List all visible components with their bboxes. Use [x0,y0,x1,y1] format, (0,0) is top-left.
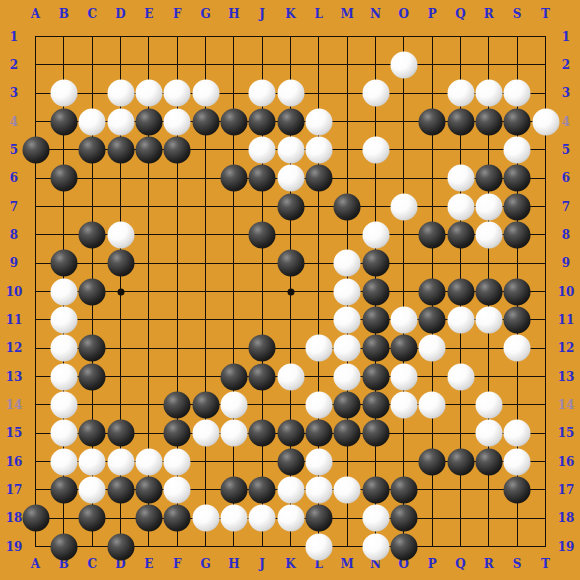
black-stone [362,306,389,333]
row-label-left: 8 [10,229,18,241]
black-stone [220,108,247,135]
row-label-left: 3 [10,87,18,99]
black-stone [475,448,502,475]
black-stone [334,420,361,447]
white-stone [419,391,446,418]
white-stone [362,80,389,107]
white-stone [334,306,361,333]
grid-line-vertical [403,36,404,546]
row-label-right: 13 [558,371,575,383]
column-label-top: B [59,8,69,20]
column-label-top: H [228,8,239,20]
black-stone [419,278,446,305]
black-stone [164,391,191,418]
row-label-right: 4 [562,116,570,128]
column-label-bottom: M [341,558,354,570]
column-label-top: Q [455,8,465,20]
row-label-left: 14 [6,399,23,411]
white-stone [79,448,106,475]
grid-line-horizontal [35,348,546,349]
white-stone [504,136,531,163]
white-stone [334,363,361,390]
white-stone [192,420,219,447]
black-stone [504,476,531,503]
white-stone [390,391,417,418]
row-label-right: 10 [558,286,575,298]
black-stone [249,221,276,248]
column-label-top: L [315,8,323,20]
row-label-left: 12 [6,342,23,354]
black-stone [447,278,474,305]
white-stone [305,136,332,163]
white-stone [475,221,502,248]
black-stone [277,108,304,135]
row-label-left: 18 [6,512,23,524]
black-stone [249,476,276,503]
row-label-left: 10 [6,286,23,298]
black-stone [249,363,276,390]
black-stone [249,165,276,192]
white-stone [192,505,219,532]
white-stone [277,80,304,107]
row-label-left: 1 [10,31,18,43]
white-stone [50,420,77,447]
black-stone [192,391,219,418]
white-stone [362,221,389,248]
row-label-left: 9 [10,257,18,269]
black-stone [475,278,502,305]
white-stone [192,80,219,107]
row-label-right: 6 [562,172,570,184]
column-label-bottom: G [200,558,210,570]
white-stone [504,448,531,475]
white-stone [447,165,474,192]
black-stone [305,420,332,447]
black-stone [249,335,276,362]
black-stone [79,136,106,163]
white-stone [249,136,276,163]
white-stone [50,335,77,362]
white-stone [419,335,446,362]
white-stone [220,505,247,532]
column-label-bottom: F [173,558,182,570]
black-stone [305,505,332,532]
black-stone [50,108,77,135]
black-stone [164,136,191,163]
row-label-left: 15 [6,427,23,439]
column-label-top: C [87,8,97,20]
row-label-right: 11 [558,314,575,326]
black-stone [362,278,389,305]
column-label-bottom: H [228,558,239,570]
white-stone [50,278,77,305]
black-stone [135,476,162,503]
black-stone [390,476,417,503]
black-stone [447,221,474,248]
column-label-bottom: A [31,558,40,570]
column-label-top: N [370,8,381,20]
row-label-left: 4 [10,116,18,128]
black-stone [419,108,446,135]
white-stone [107,221,134,248]
row-label-right: 2 [562,59,570,71]
black-stone [79,221,106,248]
star-point [117,288,124,295]
black-stone [107,476,134,503]
black-stone [249,108,276,135]
white-stone [504,420,531,447]
white-stone [107,448,134,475]
black-stone [334,391,361,418]
white-stone [50,80,77,107]
black-stone [50,165,77,192]
white-stone [305,476,332,503]
row-label-right: 3 [562,87,570,99]
white-stone [390,193,417,220]
black-stone [362,476,389,503]
white-stone [362,505,389,532]
black-stone [79,335,106,362]
white-stone [164,476,191,503]
black-stone [277,193,304,220]
black-stone [362,363,389,390]
black-stone [390,533,417,560]
white-stone [390,51,417,78]
column-label-bottom: Q [455,558,465,570]
black-stone [135,505,162,532]
black-stone [447,108,474,135]
row-label-right: 5 [562,144,570,156]
black-stone [277,448,304,475]
white-stone [504,335,531,362]
row-label-left: 11 [6,314,23,326]
white-stone [249,80,276,107]
black-stone [334,193,361,220]
row-label-right: 15 [558,427,575,439]
black-stone [362,250,389,277]
black-stone [419,448,446,475]
white-stone [305,108,332,135]
star-point [287,288,294,295]
white-stone [277,363,304,390]
black-stone [504,193,531,220]
black-stone [447,448,474,475]
white-stone [107,80,134,107]
black-stone [277,420,304,447]
column-label-bottom: K [285,558,295,570]
column-label-top: A [31,8,40,20]
column-label-bottom: T [541,558,550,570]
row-label-left: 19 [6,541,23,553]
column-label-bottom: R [484,558,494,570]
white-stone [504,80,531,107]
column-label-top: T [541,8,550,20]
white-stone [475,306,502,333]
column-label-bottom: J [259,558,265,570]
row-label-right: 14 [558,399,575,411]
white-stone [249,505,276,532]
white-stone [277,136,304,163]
column-label-top: O [399,8,409,20]
row-label-left: 5 [10,144,18,156]
white-stone [277,165,304,192]
white-stone [532,108,559,135]
white-stone [390,363,417,390]
black-stone [107,420,134,447]
black-stone [50,250,77,277]
white-stone [277,505,304,532]
black-stone [362,391,389,418]
black-stone [164,505,191,532]
black-stone [50,533,77,560]
black-stone [79,420,106,447]
black-stone [135,108,162,135]
black-stone [22,505,49,532]
grid-line-horizontal [35,404,546,405]
row-label-right: 19 [558,541,575,553]
black-stone [362,420,389,447]
black-stone [419,306,446,333]
white-stone [334,278,361,305]
white-stone [135,448,162,475]
column-label-bottom: E [144,558,153,570]
white-stone [447,306,474,333]
black-stone [390,505,417,532]
white-stone [50,306,77,333]
row-label-left: 13 [6,371,23,383]
white-stone [164,80,191,107]
column-label-bottom: C [87,558,97,570]
black-stone [390,335,417,362]
white-stone [164,448,191,475]
white-stone [277,476,304,503]
go-board-app: AABBCCDDEEFFGGHHJJKKLLMMNNOOPPQQRRSSTT11… [0,0,580,580]
white-stone [475,193,502,220]
white-stone [475,391,502,418]
white-stone [305,391,332,418]
column-label-top: F [173,8,182,20]
white-stone [305,335,332,362]
white-stone [305,533,332,560]
white-stone [50,448,77,475]
white-stone [334,335,361,362]
black-stone [504,306,531,333]
row-label-left: 7 [10,201,18,213]
black-stone [107,136,134,163]
black-stone [419,221,446,248]
column-label-top: M [341,8,354,20]
column-label-top: D [115,8,125,20]
row-label-right: 16 [558,456,575,468]
white-stone [50,363,77,390]
white-stone [447,80,474,107]
white-stone [164,108,191,135]
column-label-top: P [428,8,437,20]
black-stone [79,363,106,390]
black-stone [504,221,531,248]
white-stone [390,306,417,333]
white-stone [79,108,106,135]
white-stone [220,391,247,418]
black-stone [277,250,304,277]
row-label-right: 7 [562,201,570,213]
black-stone [504,108,531,135]
black-stone [475,165,502,192]
black-stone [79,278,106,305]
column-label-top: J [259,8,265,20]
column-label-top: K [285,8,295,20]
black-stone [107,250,134,277]
row-label-right: 9 [562,257,570,269]
black-stone [220,165,247,192]
column-label-top: E [144,8,153,20]
row-label-right: 8 [562,229,570,241]
black-stone [135,136,162,163]
white-stone [79,476,106,503]
black-stone [249,420,276,447]
white-stone [447,363,474,390]
white-stone [362,136,389,163]
row-label-right: 1 [562,31,570,43]
row-label-left: 6 [10,172,18,184]
white-stone [475,80,502,107]
white-stone [447,193,474,220]
black-stone [475,108,502,135]
black-stone [305,165,332,192]
white-stone [107,108,134,135]
row-label-left: 16 [6,456,23,468]
black-stone [192,108,219,135]
white-stone [220,420,247,447]
black-stone [107,533,134,560]
row-label-right: 17 [558,484,575,496]
row-label-right: 12 [558,342,575,354]
white-stone [362,533,389,560]
white-stone [334,476,361,503]
row-label-left: 2 [10,59,18,71]
black-stone [50,476,77,503]
black-stone [79,505,106,532]
black-stone [362,335,389,362]
white-stone [135,80,162,107]
white-stone [475,420,502,447]
black-stone [164,420,191,447]
white-stone [305,448,332,475]
black-stone [220,476,247,503]
column-label-bottom: P [428,558,437,570]
column-label-top: S [513,8,522,20]
column-label-bottom: S [513,558,522,570]
white-stone [50,391,77,418]
black-stone [220,363,247,390]
row-label-right: 18 [558,512,575,524]
white-stone [334,250,361,277]
black-stone [504,278,531,305]
column-label-top: R [484,8,494,20]
black-stone [504,165,531,192]
row-label-left: 17 [6,484,23,496]
column-label-top: G [200,8,210,20]
black-stone [22,136,49,163]
